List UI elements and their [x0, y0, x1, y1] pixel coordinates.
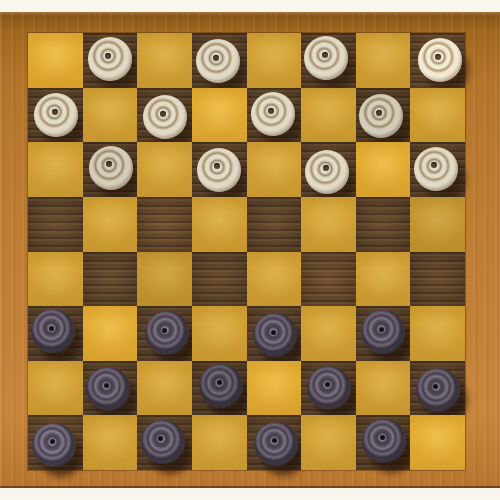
square-r7c1[interactable] — [28, 361, 83, 416]
dark-man-r6c7[interactable] — [361, 310, 405, 354]
square-r8c6[interactable] — [301, 415, 356, 470]
white-man-r2c1[interactable] — [34, 93, 78, 137]
square-r5c2[interactable] — [83, 252, 138, 307]
square-r4c8[interactable] — [410, 197, 465, 252]
square-r8c4[interactable] — [192, 415, 247, 470]
white-man-r3c2[interactable] — [89, 146, 133, 190]
dark-man-r8c5[interactable] — [254, 422, 298, 466]
square-r7c3[interactable] — [137, 361, 192, 416]
dark-man-r7c8[interactable] — [416, 368, 460, 412]
square-r2c4[interactable] — [192, 88, 247, 143]
square-r3c7[interactable] — [356, 142, 411, 197]
dark-man-r7c2[interactable] — [86, 367, 130, 411]
square-r1c5[interactable] — [247, 33, 302, 88]
square-r8c8[interactable] — [410, 415, 465, 470]
square-r4c5[interactable] — [247, 197, 302, 252]
square-r2c3[interactable] — [137, 88, 192, 143]
square-r1c7[interactable] — [356, 33, 411, 88]
square-r2c5[interactable] — [247, 88, 302, 143]
white-man-r3c4[interactable] — [197, 148, 241, 192]
square-r3c3[interactable] — [137, 142, 192, 197]
square-r2c1[interactable] — [28, 88, 83, 143]
square-r3c5[interactable] — [247, 142, 302, 197]
dark-man-r6c5[interactable] — [253, 313, 297, 357]
square-r2c6[interactable] — [301, 88, 356, 143]
square-r7c6[interactable] — [301, 361, 356, 416]
checkers-board — [28, 33, 465, 470]
square-r1c4[interactable] — [192, 33, 247, 88]
square-r8c3[interactable] — [137, 415, 192, 470]
dark-man-r7c4[interactable] — [199, 364, 243, 408]
square-r5c6[interactable] — [301, 252, 356, 307]
square-r8c7[interactable] — [356, 415, 411, 470]
square-r5c7[interactable] — [356, 252, 411, 307]
square-r1c3[interactable] — [137, 33, 192, 88]
square-r6c5[interactable] — [247, 306, 302, 361]
square-r6c3[interactable] — [137, 306, 192, 361]
square-r1c2[interactable] — [83, 33, 138, 88]
square-r6c2[interactable] — [83, 306, 138, 361]
dark-man-r8c1[interactable] — [32, 423, 76, 467]
white-man-r1c8[interactable] — [418, 38, 462, 82]
square-r6c7[interactable] — [356, 306, 411, 361]
square-r4c2[interactable] — [83, 197, 138, 252]
square-r4c1[interactable] — [28, 197, 83, 252]
square-r7c7[interactable] — [356, 361, 411, 416]
white-man-r2c7[interactable] — [359, 94, 403, 138]
square-r1c1[interactable] — [28, 33, 83, 88]
white-man-r2c5[interactable] — [251, 92, 295, 136]
dark-man-r8c7[interactable] — [362, 419, 406, 463]
white-man-r1c2[interactable] — [88, 37, 132, 81]
square-r7c5[interactable] — [247, 361, 302, 416]
white-man-r3c8[interactable] — [414, 147, 458, 191]
square-r6c4[interactable] — [192, 306, 247, 361]
square-r7c8[interactable] — [410, 361, 465, 416]
checkers-board-photo — [0, 0, 500, 500]
square-r4c4[interactable] — [192, 197, 247, 252]
white-man-r1c4[interactable] — [196, 39, 240, 83]
square-r8c1[interactable] — [28, 415, 83, 470]
white-man-r3c6[interactable] — [305, 150, 349, 194]
square-r4c3[interactable] — [137, 197, 192, 252]
square-r2c7[interactable] — [356, 88, 411, 143]
square-r4c6[interactable] — [301, 197, 356, 252]
white-man-r2c3[interactable] — [143, 95, 187, 139]
square-r5c4[interactable] — [192, 252, 247, 307]
square-r5c8[interactable] — [410, 252, 465, 307]
square-r3c8[interactable] — [410, 142, 465, 197]
square-r5c3[interactable] — [137, 252, 192, 307]
square-r6c8[interactable] — [410, 306, 465, 361]
square-r7c2[interactable] — [83, 361, 138, 416]
dark-man-r6c1[interactable] — [31, 309, 75, 353]
square-r3c1[interactable] — [28, 142, 83, 197]
square-r2c2[interactable] — [83, 88, 138, 143]
square-r1c6[interactable] — [301, 33, 356, 88]
square-r5c5[interactable] — [247, 252, 302, 307]
square-r1c8[interactable] — [410, 33, 465, 88]
square-r6c6[interactable] — [301, 306, 356, 361]
dark-man-r8c3[interactable] — [141, 420, 185, 464]
dark-man-r6c3[interactable] — [145, 311, 189, 355]
square-r8c5[interactable] — [247, 415, 302, 470]
dark-man-r7c6[interactable] — [307, 366, 351, 410]
square-r8c2[interactable] — [83, 415, 138, 470]
square-r3c6[interactable] — [301, 142, 356, 197]
square-r3c2[interactable] — [83, 142, 138, 197]
square-r5c1[interactable] — [28, 252, 83, 307]
square-r2c8[interactable] — [410, 88, 465, 143]
square-r7c4[interactable] — [192, 361, 247, 416]
square-r3c4[interactable] — [192, 142, 247, 197]
square-r6c1[interactable] — [28, 306, 83, 361]
white-man-r1c6[interactable] — [304, 36, 348, 80]
square-r4c7[interactable] — [356, 197, 411, 252]
